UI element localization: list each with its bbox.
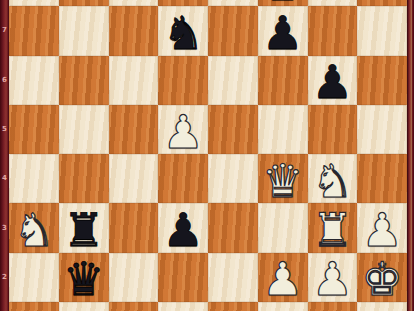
black-knight[interactable]: ♞ xyxy=(163,10,204,56)
square-b6[interactable] xyxy=(59,56,109,105)
white-pawn[interactable]: ♟ xyxy=(362,207,403,253)
white-pawn[interactable]: ♟ xyxy=(262,256,303,302)
square-f7[interactable]: ♟ xyxy=(258,6,308,55)
white-queen[interactable]: ♛ xyxy=(262,158,303,204)
square-f5[interactable] xyxy=(258,105,308,154)
square-g5[interactable] xyxy=(308,105,358,154)
square-d4[interactable] xyxy=(158,154,208,203)
square-d3[interactable]: ♟ xyxy=(158,203,208,252)
square-h6[interactable] xyxy=(357,56,407,105)
square-d1[interactable] xyxy=(158,302,208,311)
square-c2[interactable] xyxy=(109,253,159,302)
square-d6[interactable] xyxy=(158,56,208,105)
square-h5[interactable] xyxy=(357,105,407,154)
square-a1[interactable] xyxy=(9,302,59,311)
square-e5[interactable] xyxy=(208,105,258,154)
white-knight[interactable]: ♞ xyxy=(13,207,54,253)
square-b1[interactable] xyxy=(59,302,109,311)
black-pawn[interactable]: ♟ xyxy=(312,59,353,105)
square-e1[interactable] xyxy=(208,302,258,311)
square-b2[interactable]: ♛ xyxy=(59,253,109,302)
board-frame-right xyxy=(407,0,414,311)
square-c4[interactable] xyxy=(109,154,159,203)
square-d5[interactable]: ♟ xyxy=(158,105,208,154)
square-a7[interactable] xyxy=(9,6,59,55)
square-e7[interactable] xyxy=(208,6,258,55)
square-b5[interactable] xyxy=(59,105,109,154)
square-f2[interactable]: ♟ xyxy=(258,253,308,302)
black-pawn[interactable]: ♟ xyxy=(163,207,204,253)
square-f4[interactable]: ♛ xyxy=(258,154,308,203)
square-h2[interactable]: ♚ xyxy=(357,253,407,302)
square-f1[interactable] xyxy=(258,302,308,311)
white-rook[interactable]: ♜ xyxy=(312,207,353,253)
square-a3[interactable]: ♞ xyxy=(9,203,59,252)
square-e3[interactable] xyxy=(208,203,258,252)
chess-board-screenshot: ♚♞♟♟♟♛♞♞♜♟♜♟♛♟♟♚ 765432 xyxy=(0,0,414,311)
square-a5[interactable] xyxy=(9,105,59,154)
square-c7[interactable] xyxy=(109,6,159,55)
square-b7[interactable] xyxy=(59,6,109,55)
square-a4[interactable] xyxy=(9,154,59,203)
white-pawn[interactable]: ♟ xyxy=(163,109,204,155)
square-a6[interactable] xyxy=(9,56,59,105)
black-queen[interactable]: ♛ xyxy=(63,256,104,302)
square-c1[interactable] xyxy=(109,302,159,311)
square-g3[interactable]: ♜ xyxy=(308,203,358,252)
black-rook[interactable]: ♜ xyxy=(63,207,104,253)
square-g6[interactable]: ♟ xyxy=(308,56,358,105)
square-d2[interactable] xyxy=(158,253,208,302)
square-e6[interactable] xyxy=(208,56,258,105)
square-b3[interactable]: ♜ xyxy=(59,203,109,252)
square-g2[interactable]: ♟ xyxy=(308,253,358,302)
black-pawn[interactable]: ♟ xyxy=(262,10,303,56)
white-king[interactable]: ♚ xyxy=(362,256,403,302)
square-c6[interactable] xyxy=(109,56,159,105)
square-b4[interactable] xyxy=(59,154,109,203)
square-c5[interactable] xyxy=(109,105,159,154)
square-e2[interactable] xyxy=(208,253,258,302)
square-e4[interactable] xyxy=(208,154,258,203)
square-h7[interactable] xyxy=(357,6,407,55)
square-h1[interactable] xyxy=(357,302,407,311)
square-g1[interactable] xyxy=(308,302,358,311)
square-h4[interactable] xyxy=(357,154,407,203)
square-g4[interactable]: ♞ xyxy=(308,154,358,203)
white-pawn[interactable]: ♟ xyxy=(312,256,353,302)
square-h3[interactable]: ♟ xyxy=(357,203,407,252)
square-d7[interactable]: ♞ xyxy=(158,6,208,55)
board-frame-left xyxy=(0,0,9,311)
square-a2[interactable] xyxy=(9,253,59,302)
white-knight[interactable]: ♞ xyxy=(312,158,353,204)
square-f3[interactable] xyxy=(258,203,308,252)
square-g7[interactable] xyxy=(308,6,358,55)
chess-board: ♚♞♟♟♟♛♞♞♜♟♜♟♛♟♟♚ xyxy=(9,0,407,311)
square-c3[interactable] xyxy=(109,203,159,252)
square-f6[interactable] xyxy=(258,56,308,105)
